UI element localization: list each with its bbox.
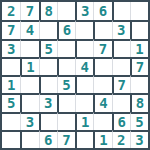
cell-r8c4-given-digit[interactable]: 7 (57, 130, 75, 148)
cell-r4c1-empty[interactable] (2, 57, 20, 75)
cell-r5c3-empty[interactable] (39, 75, 57, 93)
cell-r2c7-given-digit[interactable]: 3 (112, 20, 130, 38)
cell-r2c3-empty[interactable] (39, 20, 57, 38)
cell-r1c6-given-digit[interactable]: 6 (93, 2, 111, 20)
cell-r5c7-given-digit[interactable]: 7 (112, 75, 130, 93)
cell-r2c8-empty[interactable] (130, 20, 148, 38)
cell-r5c4-given-digit[interactable]: 5 (57, 75, 75, 93)
cell-r8c3-given-digit[interactable]: 6 (39, 130, 57, 148)
cell-r1c2-given-digit[interactable]: 7 (20, 2, 38, 20)
cell-r4c6-empty[interactable] (93, 57, 111, 75)
cell-r5c5-empty[interactable] (75, 75, 93, 93)
cell-r8c8-given-digit[interactable]: 3 (130, 130, 148, 148)
cell-r1c7-empty[interactable] (112, 2, 130, 20)
cell-r1c4-empty[interactable] (57, 2, 75, 20)
cell-r6c5-empty[interactable] (75, 93, 93, 111)
cell-r1c8-empty[interactable] (130, 2, 148, 20)
sudoku-board: 27836746335711471575348316567123 (0, 0, 150, 150)
cell-r8c5-empty[interactable] (75, 130, 93, 148)
cell-r5c6-empty[interactable] (93, 75, 111, 93)
cell-r2c2-given-digit[interactable]: 4 (20, 20, 38, 38)
cell-r3c6-given-digit[interactable]: 7 (93, 39, 111, 57)
cell-r6c3-given-digit[interactable]: 3 (39, 93, 57, 111)
cell-r6c8-given-digit[interactable]: 8 (130, 93, 148, 111)
cell-r5c8-empty[interactable] (130, 75, 148, 93)
cell-r3c8-given-digit[interactable]: 1 (130, 39, 148, 57)
cell-r4c3-empty[interactable] (39, 57, 57, 75)
cell-r3c4-empty[interactable] (57, 39, 75, 57)
cell-r6c4-empty[interactable] (57, 93, 75, 111)
cell-r8c1-empty[interactable] (2, 130, 20, 148)
cell-r7c1-empty[interactable] (2, 112, 20, 130)
cell-r3c3-given-digit[interactable]: 5 (39, 39, 57, 57)
cell-r8c7-given-digit[interactable]: 2 (112, 130, 130, 148)
cell-r3c1-given-digit[interactable]: 3 (2, 39, 20, 57)
cell-r7c3-empty[interactable] (39, 112, 57, 130)
cell-r3c5-empty[interactable] (75, 39, 93, 57)
cell-r6c1-given-digit[interactable]: 5 (2, 93, 20, 111)
cell-r2c4-given-digit[interactable]: 6 (57, 20, 75, 38)
cell-r5c1-given-digit[interactable]: 1 (2, 75, 20, 93)
cell-r7c4-empty[interactable] (57, 112, 75, 130)
cell-r7c7-given-digit[interactable]: 6 (112, 112, 130, 130)
cell-r6c6-given-digit[interactable]: 4 (93, 93, 111, 111)
cell-r1c5-given-digit[interactable]: 3 (75, 2, 93, 20)
cell-r7c5-given-digit[interactable]: 1 (75, 112, 93, 130)
cell-r8c6-given-digit[interactable]: 1 (93, 130, 111, 148)
cell-r2c6-empty[interactable] (93, 20, 111, 38)
cell-r4c2-given-digit[interactable]: 1 (20, 57, 38, 75)
cell-r8c2-empty[interactable] (20, 130, 38, 148)
cell-r4c5-given-digit[interactable]: 4 (75, 57, 93, 75)
cell-r7c6-empty[interactable] (93, 112, 111, 130)
cell-r2c5-empty[interactable] (75, 20, 93, 38)
cell-r5c2-empty[interactable] (20, 75, 38, 93)
cell-r4c8-given-digit[interactable]: 7 (130, 57, 148, 75)
cell-r1c1-given-digit[interactable]: 2 (2, 2, 20, 20)
cell-r6c7-empty[interactable] (112, 93, 130, 111)
cell-r7c2-given-digit[interactable]: 3 (20, 112, 38, 130)
cell-r4c7-empty[interactable] (112, 57, 130, 75)
cell-r6c2-empty[interactable] (20, 93, 38, 111)
cell-r7c8-given-digit[interactable]: 5 (130, 112, 148, 130)
cell-r2c1-given-digit[interactable]: 7 (2, 20, 20, 38)
cell-r4c4-empty[interactable] (57, 57, 75, 75)
cell-r3c2-empty[interactable] (20, 39, 38, 57)
cell-r1c3-given-digit[interactable]: 8 (39, 2, 57, 20)
cell-r3c7-empty[interactable] (112, 39, 130, 57)
